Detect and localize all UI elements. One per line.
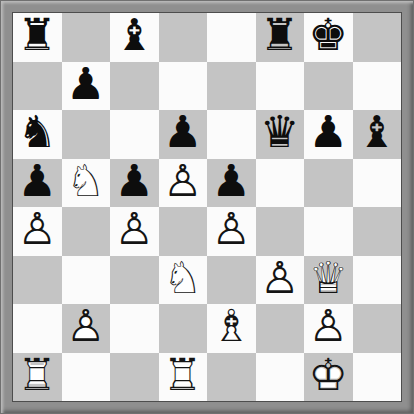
square-b2[interactable]: ♟♙ <box>62 304 111 353</box>
square-h8[interactable] <box>353 13 402 62</box>
square-h6[interactable]: ♝ <box>353 110 402 159</box>
square-f1[interactable] <box>256 353 305 402</box>
piece-white-pawn: ♟♙ <box>304 304 353 353</box>
square-f5[interactable] <box>256 159 305 208</box>
piece-black-king: ♚ <box>304 13 353 62</box>
square-f8[interactable]: ♜ <box>256 13 305 62</box>
square-d3[interactable]: ♞♘ <box>159 256 208 305</box>
square-g6[interactable]: ♟ <box>304 110 353 159</box>
square-e4[interactable]: ♟♙ <box>207 207 256 256</box>
square-d4[interactable] <box>159 207 208 256</box>
square-h3[interactable] <box>353 256 402 305</box>
piece-white-pawn: ♟♙ <box>62 304 111 353</box>
square-c4[interactable]: ♟♙ <box>110 207 159 256</box>
square-e6[interactable] <box>207 110 256 159</box>
board-frame: ♜♝♜♚♟♞♟♛♟♝♟♞♘♟♟♙♟♟♙♟♙♟♙♞♘♟♙♛♕♟♙♝♗♟♙♜♖♜♖♚… <box>0 0 414 414</box>
square-e8[interactable] <box>207 13 256 62</box>
square-d6[interactable]: ♟ <box>159 110 208 159</box>
piece-white-pawn: ♟♙ <box>256 256 305 305</box>
piece-black-rook: ♜ <box>13 13 62 62</box>
piece-black-pawn: ♟ <box>110 159 159 208</box>
square-b8[interactable] <box>62 13 111 62</box>
piece-black-bishop: ♝ <box>353 110 402 159</box>
square-c2[interactable] <box>110 304 159 353</box>
square-g7[interactable] <box>304 62 353 111</box>
square-a3[interactable] <box>13 256 62 305</box>
square-d8[interactable] <box>159 13 208 62</box>
piece-white-pawn: ♟♙ <box>207 207 256 256</box>
square-a6[interactable]: ♞ <box>13 110 62 159</box>
piece-white-rook: ♜♖ <box>13 353 62 402</box>
square-g5[interactable] <box>304 159 353 208</box>
square-f4[interactable] <box>256 207 305 256</box>
piece-black-pawn: ♟ <box>304 110 353 159</box>
square-b7[interactable]: ♟ <box>62 62 111 111</box>
piece-black-pawn: ♟ <box>62 62 111 111</box>
chess-board: ♜♝♜♚♟♞♟♛♟♝♟♞♘♟♟♙♟♟♙♟♙♟♙♞♘♟♙♛♕♟♙♝♗♟♙♜♖♜♖♚… <box>12 12 402 402</box>
square-g4[interactable] <box>304 207 353 256</box>
square-a2[interactable] <box>13 304 62 353</box>
square-a1[interactable]: ♜♖ <box>13 353 62 402</box>
piece-black-bishop: ♝ <box>110 13 159 62</box>
square-c8[interactable]: ♝ <box>110 13 159 62</box>
piece-black-queen: ♛ <box>256 110 305 159</box>
square-e7[interactable] <box>207 62 256 111</box>
piece-white-rook: ♜♖ <box>159 353 208 402</box>
square-c1[interactable] <box>110 353 159 402</box>
square-d5[interactable]: ♟♙ <box>159 159 208 208</box>
square-c6[interactable] <box>110 110 159 159</box>
piece-black-knight: ♞ <box>13 110 62 159</box>
square-h1[interactable] <box>353 353 402 402</box>
square-h4[interactable] <box>353 207 402 256</box>
square-h5[interactable] <box>353 159 402 208</box>
square-b5[interactable]: ♞♘ <box>62 159 111 208</box>
square-h7[interactable] <box>353 62 402 111</box>
square-e5[interactable]: ♟ <box>207 159 256 208</box>
square-b3[interactable] <box>62 256 111 305</box>
square-d1[interactable]: ♜♖ <box>159 353 208 402</box>
piece-white-pawn: ♟♙ <box>110 207 159 256</box>
square-g1[interactable]: ♚♔ <box>304 353 353 402</box>
square-c7[interactable] <box>110 62 159 111</box>
piece-black-rook: ♜ <box>256 13 305 62</box>
square-g3[interactable]: ♛♕ <box>304 256 353 305</box>
piece-white-pawn: ♟♙ <box>159 159 208 208</box>
square-c5[interactable]: ♟ <box>110 159 159 208</box>
piece-white-knight: ♞♘ <box>62 159 111 208</box>
piece-white-bishop: ♝♗ <box>207 304 256 353</box>
square-f3[interactable]: ♟♙ <box>256 256 305 305</box>
square-a7[interactable] <box>13 62 62 111</box>
square-e2[interactable]: ♝♗ <box>207 304 256 353</box>
square-c3[interactable] <box>110 256 159 305</box>
square-b6[interactable] <box>62 110 111 159</box>
piece-white-pawn: ♟♙ <box>13 207 62 256</box>
piece-black-pawn: ♟ <box>207 159 256 208</box>
square-e3[interactable] <box>207 256 256 305</box>
square-a5[interactable]: ♟ <box>13 159 62 208</box>
square-b1[interactable] <box>62 353 111 402</box>
square-e1[interactable] <box>207 353 256 402</box>
square-d7[interactable] <box>159 62 208 111</box>
piece-white-king: ♚♔ <box>304 353 353 402</box>
piece-white-knight: ♞♘ <box>159 256 208 305</box>
piece-white-queen: ♛♕ <box>304 256 353 305</box>
piece-black-pawn: ♟ <box>13 159 62 208</box>
square-d2[interactable] <box>159 304 208 353</box>
square-a8[interactable]: ♜ <box>13 13 62 62</box>
square-g2[interactable]: ♟♙ <box>304 304 353 353</box>
square-f2[interactable] <box>256 304 305 353</box>
square-a4[interactable]: ♟♙ <box>13 207 62 256</box>
square-g8[interactable]: ♚ <box>304 13 353 62</box>
square-f7[interactable] <box>256 62 305 111</box>
square-f6[interactable]: ♛ <box>256 110 305 159</box>
square-b4[interactable] <box>62 207 111 256</box>
piece-black-pawn: ♟ <box>159 110 208 159</box>
square-h2[interactable] <box>353 304 402 353</box>
